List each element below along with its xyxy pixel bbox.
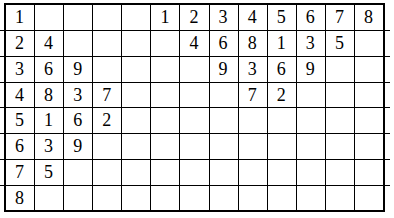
cell-r1-c3 — [63, 4, 92, 30]
cell-r1-c12: 7 — [325, 4, 354, 30]
cell-r6-c13 — [354, 133, 383, 159]
cell-r1-c5 — [121, 4, 150, 30]
cell-r5-c7 — [179, 108, 208, 134]
cell-r8-c7 — [179, 185, 208, 211]
cell-r1-c11: 6 — [296, 4, 325, 30]
cell-r2-c1: 2 — [5, 30, 34, 56]
cell-r3-c2: 6 — [34, 56, 63, 82]
cell-r7-c8 — [209, 159, 238, 185]
cell-r4-c4: 7 — [92, 82, 121, 108]
cell-r1-c8: 3 — [209, 4, 238, 30]
cell-r2-c5 — [121, 30, 150, 56]
cell-r1-c2 — [34, 4, 63, 30]
cell-r5-c1: 5 — [5, 108, 34, 134]
cell-r6-c1: 6 — [5, 133, 34, 159]
cell-r4-c5 — [121, 82, 150, 108]
cell-r5-c9 — [238, 108, 267, 134]
cell-r7-c10 — [267, 159, 296, 185]
cell-r1-c6: 1 — [150, 4, 179, 30]
cell-r3-c3: 9 — [63, 56, 92, 82]
cell-r2-c9: 8 — [238, 30, 267, 56]
cell-r7-c4 — [92, 159, 121, 185]
cell-r3-c7 — [179, 56, 208, 82]
cell-r4-c13 — [354, 82, 383, 108]
cell-r2-c10: 1 — [267, 30, 296, 56]
cell-r6-c2: 3 — [34, 133, 63, 159]
cell-r6-c10 — [267, 133, 296, 159]
number-grid: 1123456782446813536993694837725162639758 — [5, 4, 383, 211]
cell-r5-c8 — [209, 108, 238, 134]
cell-r4-c10: 2 — [267, 82, 296, 108]
cell-r8-c6 — [150, 185, 179, 211]
worksheet-scan: 1123456782446813536993694837725162639758 — [0, 0, 394, 218]
cell-r1-c13: 8 — [354, 4, 383, 30]
cell-r8-c12 — [325, 185, 354, 211]
cell-r6-c12 — [325, 133, 354, 159]
cell-r3-c6 — [150, 56, 179, 82]
cell-r7-c3 — [63, 159, 92, 185]
cell-r1-c10: 5 — [267, 4, 296, 30]
cell-r8-c3 — [63, 185, 92, 211]
cell-r8-c9 — [238, 185, 267, 211]
cell-r7-c5 — [121, 159, 150, 185]
cell-r8-c4 — [92, 185, 121, 211]
cell-r3-c11: 9 — [296, 56, 325, 82]
cell-r2-c11: 3 — [296, 30, 325, 56]
cell-r7-c1: 7 — [5, 159, 34, 185]
cell-r3-c1: 3 — [5, 56, 34, 82]
cell-r2-c4 — [92, 30, 121, 56]
cell-r5-c13 — [354, 108, 383, 134]
cell-r6-c3: 9 — [63, 133, 92, 159]
cell-r2-c13 — [354, 30, 383, 56]
cell-r4-c12 — [325, 82, 354, 108]
cell-r7-c6 — [150, 159, 179, 185]
cell-r3-c5 — [121, 56, 150, 82]
cell-r7-c7 — [179, 159, 208, 185]
cell-r5-c11 — [296, 108, 325, 134]
cell-r4-c3: 3 — [63, 82, 92, 108]
cell-r8-c11 — [296, 185, 325, 211]
cell-r4-c7 — [179, 82, 208, 108]
cell-r5-c12 — [325, 108, 354, 134]
cell-r1-c4 — [92, 4, 121, 30]
cell-r6-c6 — [150, 133, 179, 159]
cell-r8-c5 — [121, 185, 150, 211]
cell-r6-c5 — [121, 133, 150, 159]
cell-r3-c10: 6 — [267, 56, 296, 82]
cell-r2-c12: 5 — [325, 30, 354, 56]
cell-r4-c11 — [296, 82, 325, 108]
cell-r5-c5 — [121, 108, 150, 134]
cell-r6-c4 — [92, 133, 121, 159]
cell-r4-c6 — [150, 82, 179, 108]
cell-r3-c13 — [354, 56, 383, 82]
cell-r7-c12 — [325, 159, 354, 185]
cell-r2-c6 — [150, 30, 179, 56]
cell-r1-c7: 2 — [179, 4, 208, 30]
cell-r6-c8 — [209, 133, 238, 159]
cell-r8-c1: 8 — [5, 185, 34, 211]
cell-r3-c8: 9 — [209, 56, 238, 82]
cell-r4-c1: 4 — [5, 82, 34, 108]
cell-r8-c10 — [267, 185, 296, 211]
cell-r6-c11 — [296, 133, 325, 159]
cell-r2-c8: 6 — [209, 30, 238, 56]
cell-r3-c9: 3 — [238, 56, 267, 82]
cell-r2-c3 — [63, 30, 92, 56]
cell-r7-c13 — [354, 159, 383, 185]
cell-r4-c8 — [209, 82, 238, 108]
cell-r7-c9 — [238, 159, 267, 185]
cell-r4-c2: 8 — [34, 82, 63, 108]
cell-r3-c12 — [325, 56, 354, 82]
cell-r4-c9: 7 — [238, 82, 267, 108]
cell-r5-c6 — [150, 108, 179, 134]
cell-r3-c4 — [92, 56, 121, 82]
cell-r6-c9 — [238, 133, 267, 159]
cell-r2-c2: 4 — [34, 30, 63, 56]
cell-r5-c2: 1 — [34, 108, 63, 134]
cell-r7-c2: 5 — [34, 159, 63, 185]
cell-r8-c13 — [354, 185, 383, 211]
cell-r8-c2 — [34, 185, 63, 211]
cell-r5-c4: 2 — [92, 108, 121, 134]
cell-r1-c9: 4 — [238, 4, 267, 30]
cell-r7-c11 — [296, 159, 325, 185]
cell-r8-c8 — [209, 185, 238, 211]
cell-r2-c7: 4 — [179, 30, 208, 56]
cell-r5-c10 — [267, 108, 296, 134]
cell-r1-c1: 1 — [5, 4, 34, 30]
cell-r5-c3: 6 — [63, 108, 92, 134]
cell-r6-c7 — [179, 133, 208, 159]
